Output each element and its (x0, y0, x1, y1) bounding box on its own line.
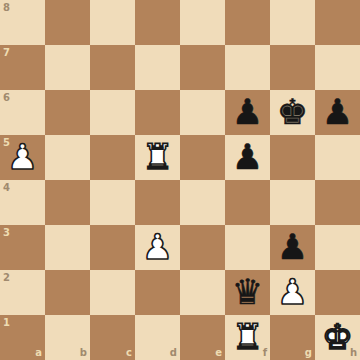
square-c2[interactable] (90, 270, 135, 315)
square-g2[interactable]: ♟ (270, 270, 315, 315)
file-label-g: g (305, 348, 312, 358)
square-a1[interactable]: 1a (0, 315, 45, 360)
black-pawn-piece[interactable]: ♟ (270, 225, 315, 270)
square-a6[interactable]: 6 (0, 90, 45, 135)
square-e1[interactable]: e (180, 315, 225, 360)
square-h8[interactable] (315, 0, 360, 45)
square-f6[interactable]: ♟ (225, 90, 270, 135)
square-f3[interactable] (225, 225, 270, 270)
square-d2[interactable] (135, 270, 180, 315)
white-pawn-piece[interactable]: ♟ (0, 135, 45, 180)
square-h4[interactable] (315, 180, 360, 225)
square-b1[interactable]: b (45, 315, 90, 360)
black-pawn-piece[interactable]: ♟ (315, 90, 360, 135)
square-g3[interactable]: ♟ (270, 225, 315, 270)
black-pawn-piece[interactable]: ♟ (225, 90, 270, 135)
square-d1[interactable]: d (135, 315, 180, 360)
rank-label-8: 8 (3, 3, 10, 13)
square-e7[interactable] (180, 45, 225, 90)
square-c8[interactable] (90, 0, 135, 45)
square-e6[interactable] (180, 90, 225, 135)
file-label-c: c (126, 348, 132, 358)
square-h5[interactable] (315, 135, 360, 180)
square-c3[interactable] (90, 225, 135, 270)
square-b5[interactable] (45, 135, 90, 180)
square-f5[interactable]: ♟ (225, 135, 270, 180)
square-a3[interactable]: 3 (0, 225, 45, 270)
square-d5[interactable]: ♜ (135, 135, 180, 180)
square-b7[interactable] (45, 45, 90, 90)
rank-label-3: 3 (3, 228, 10, 238)
square-h7[interactable] (315, 45, 360, 90)
square-c4[interactable] (90, 180, 135, 225)
square-b4[interactable] (45, 180, 90, 225)
square-f1[interactable]: f♜ (225, 315, 270, 360)
square-c7[interactable] (90, 45, 135, 90)
square-c5[interactable] (90, 135, 135, 180)
rank-label-1: 1 (3, 318, 10, 328)
square-e8[interactable] (180, 0, 225, 45)
square-e2[interactable] (180, 270, 225, 315)
file-label-b: b (80, 348, 87, 358)
square-h2[interactable] (315, 270, 360, 315)
file-label-e: e (215, 348, 222, 358)
white-rook-piece[interactable]: ♜ (135, 135, 180, 180)
white-pawn-piece[interactable]: ♟ (270, 270, 315, 315)
rank-label-6: 6 (3, 93, 10, 103)
black-pawn-piece[interactable]: ♟ (225, 135, 270, 180)
square-b6[interactable] (45, 90, 90, 135)
square-e4[interactable] (180, 180, 225, 225)
square-c1[interactable]: c (90, 315, 135, 360)
rank-label-2: 2 (3, 273, 10, 283)
white-rook-piece[interactable]: ♜ (225, 315, 270, 360)
file-label-d: d (170, 348, 177, 358)
square-a7[interactable]: 7 (0, 45, 45, 90)
square-f7[interactable] (225, 45, 270, 90)
square-d7[interactable] (135, 45, 180, 90)
square-f4[interactable] (225, 180, 270, 225)
chess-board: 876♟♚♟5♟♜♟43♟♟2♛♟1abcdef♜gh♚ (0, 0, 360, 360)
square-g7[interactable] (270, 45, 315, 90)
black-king-piece[interactable]: ♚ (270, 90, 315, 135)
square-g6[interactable]: ♚ (270, 90, 315, 135)
square-d8[interactable] (135, 0, 180, 45)
square-a4[interactable]: 4 (0, 180, 45, 225)
square-f8[interactable] (225, 0, 270, 45)
white-pawn-piece[interactable]: ♟ (135, 225, 180, 270)
square-g8[interactable] (270, 0, 315, 45)
square-b2[interactable] (45, 270, 90, 315)
square-a5[interactable]: 5♟ (0, 135, 45, 180)
square-h1[interactable]: h♚ (315, 315, 360, 360)
black-queen-piece[interactable]: ♛ (225, 270, 270, 315)
rank-label-7: 7 (3, 48, 10, 58)
square-e3[interactable] (180, 225, 225, 270)
square-h3[interactable] (315, 225, 360, 270)
white-king-piece[interactable]: ♚ (315, 315, 360, 360)
square-a8[interactable]: 8 (0, 0, 45, 45)
square-e5[interactable] (180, 135, 225, 180)
square-g4[interactable] (270, 180, 315, 225)
square-d4[interactable] (135, 180, 180, 225)
square-h6[interactable]: ♟ (315, 90, 360, 135)
square-f2[interactable]: ♛ (225, 270, 270, 315)
square-b3[interactable] (45, 225, 90, 270)
square-d6[interactable] (135, 90, 180, 135)
square-g5[interactable] (270, 135, 315, 180)
square-c6[interactable] (90, 90, 135, 135)
file-label-a: a (35, 348, 42, 358)
square-b8[interactable] (45, 0, 90, 45)
square-a2[interactable]: 2 (0, 270, 45, 315)
square-g1[interactable]: g (270, 315, 315, 360)
rank-label-4: 4 (3, 183, 10, 193)
square-d3[interactable]: ♟ (135, 225, 180, 270)
